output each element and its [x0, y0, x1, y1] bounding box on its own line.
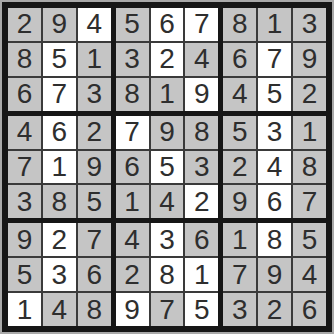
cell-r3c7[interactable]: 4: [223, 78, 256, 111]
cell-r5c1[interactable]: 7: [8, 151, 41, 184]
cell-r5c2[interactable]: 1: [43, 151, 76, 184]
cell-r9c5[interactable]: 7: [151, 293, 184, 326]
cell-r6c8[interactable]: 6: [258, 185, 291, 218]
box-1: 294851673: [8, 8, 111, 111]
cell-r1c2[interactable]: 9: [43, 8, 76, 41]
cell-r5c5[interactable]: 5: [151, 151, 184, 184]
sudoku-grid: 2948516735673248198136794524627193857986…: [8, 8, 326, 326]
cell-r6c4[interactable]: 1: [116, 185, 149, 218]
cell-r3c5[interactable]: 1: [151, 78, 184, 111]
cell-r5c6[interactable]: 3: [185, 151, 218, 184]
cell-r4c7[interactable]: 5: [223, 116, 256, 149]
cell-r3c3[interactable]: 3: [78, 78, 111, 111]
box-8: 436281975: [116, 223, 219, 326]
cell-r6c6[interactable]: 2: [185, 185, 218, 218]
cell-r1c9[interactable]: 3: [293, 8, 326, 41]
cell-r8c7[interactable]: 7: [223, 258, 256, 291]
cell-r8c2[interactable]: 3: [43, 258, 76, 291]
box-2: 567324819: [116, 8, 219, 111]
cell-r9c6[interactable]: 5: [185, 293, 218, 326]
cell-r8c8[interactable]: 9: [258, 258, 291, 291]
cell-r9c3[interactable]: 8: [78, 293, 111, 326]
cell-r8c1[interactable]: 5: [8, 258, 41, 291]
cell-r4c6[interactable]: 8: [185, 116, 218, 149]
box-4: 462719385: [8, 116, 111, 219]
cell-r4c1[interactable]: 4: [8, 116, 41, 149]
cell-r8c3[interactable]: 6: [78, 258, 111, 291]
box-7: 927536148: [8, 223, 111, 326]
cell-r7c2[interactable]: 2: [43, 223, 76, 256]
cell-r9c7[interactable]: 3: [223, 293, 256, 326]
cell-r6c9[interactable]: 7: [293, 185, 326, 218]
cell-r6c3[interactable]: 5: [78, 185, 111, 218]
cell-r2c4[interactable]: 3: [116, 43, 149, 76]
cell-r2c2[interactable]: 5: [43, 43, 76, 76]
cell-r3c8[interactable]: 5: [258, 78, 291, 111]
cell-r3c6[interactable]: 9: [185, 78, 218, 111]
cell-r2c6[interactable]: 4: [185, 43, 218, 76]
cell-r5c9[interactable]: 8: [293, 151, 326, 184]
cell-r4c4[interactable]: 7: [116, 116, 149, 149]
cell-r9c1[interactable]: 1: [8, 293, 41, 326]
cell-r7c9[interactable]: 5: [293, 223, 326, 256]
cell-r8c5[interactable]: 8: [151, 258, 184, 291]
cell-r7c4[interactable]: 4: [116, 223, 149, 256]
cell-r9c9[interactable]: 6: [293, 293, 326, 326]
cell-r6c1[interactable]: 3: [8, 185, 41, 218]
cell-r3c9[interactable]: 2: [293, 78, 326, 111]
cell-r8c6[interactable]: 1: [185, 258, 218, 291]
cell-r3c2[interactable]: 7: [43, 78, 76, 111]
cell-r4c8[interactable]: 3: [258, 116, 291, 149]
box-3: 813679452: [223, 8, 326, 111]
cell-r7c3[interactable]: 7: [78, 223, 111, 256]
cell-r7c7[interactable]: 1: [223, 223, 256, 256]
cell-r9c8[interactable]: 2: [258, 293, 291, 326]
cell-r2c5[interactable]: 2: [151, 43, 184, 76]
cell-r1c4[interactable]: 5: [116, 8, 149, 41]
cell-r1c1[interactable]: 2: [8, 8, 41, 41]
cell-r4c9[interactable]: 1: [293, 116, 326, 149]
board-frame: 2948516735673248198136794524627193857986…: [2, 2, 332, 332]
box-5: 798653142: [116, 116, 219, 219]
cell-r2c7[interactable]: 6: [223, 43, 256, 76]
cell-r3c4[interactable]: 8: [116, 78, 149, 111]
cell-r4c2[interactable]: 6: [43, 116, 76, 149]
cell-r1c6[interactable]: 7: [185, 8, 218, 41]
cell-r9c2[interactable]: 4: [43, 293, 76, 326]
cell-r1c3[interactable]: 4: [78, 8, 111, 41]
cell-r2c8[interactable]: 7: [258, 43, 291, 76]
box-9: 185794326: [223, 223, 326, 326]
sudoku-board: 2948516735673248198136794524627193857986…: [0, 0, 334, 334]
cell-r1c5[interactable]: 6: [151, 8, 184, 41]
cell-r8c4[interactable]: 2: [116, 258, 149, 291]
cell-r7c5[interactable]: 3: [151, 223, 184, 256]
cell-r1c7[interactable]: 8: [223, 8, 256, 41]
cell-r2c1[interactable]: 8: [8, 43, 41, 76]
cell-r6c7[interactable]: 9: [223, 185, 256, 218]
cell-r5c4[interactable]: 6: [116, 151, 149, 184]
box-6: 531248967: [223, 116, 326, 219]
cell-r5c3[interactable]: 9: [78, 151, 111, 184]
cell-r2c9[interactable]: 9: [293, 43, 326, 76]
cell-r2c3[interactable]: 1: [78, 43, 111, 76]
cell-r7c1[interactable]: 9: [8, 223, 41, 256]
cell-r3c1[interactable]: 6: [8, 78, 41, 111]
cell-r6c5[interactable]: 4: [151, 185, 184, 218]
cell-r5c7[interactable]: 2: [223, 151, 256, 184]
cell-r4c5[interactable]: 9: [151, 116, 184, 149]
cell-r4c3[interactable]: 2: [78, 116, 111, 149]
cell-r9c4[interactable]: 9: [116, 293, 149, 326]
cell-r5c8[interactable]: 4: [258, 151, 291, 184]
cell-r1c8[interactable]: 1: [258, 8, 291, 41]
cell-r8c9[interactable]: 4: [293, 258, 326, 291]
cell-r6c2[interactable]: 8: [43, 185, 76, 218]
cell-r7c8[interactable]: 8: [258, 223, 291, 256]
cell-r7c6[interactable]: 6: [185, 223, 218, 256]
